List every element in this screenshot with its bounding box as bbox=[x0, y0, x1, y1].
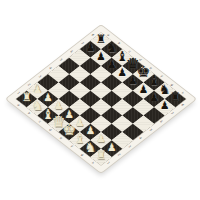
chess-board: abcdefgh abcdefgh 87654321 87654321 ♜♞♝♛… bbox=[6, 25, 196, 173]
rank-label: 3 bbox=[128, 145, 132, 148]
rank-label: 5 bbox=[149, 128, 153, 131]
piece-white-rook[interactable]: ♜ bbox=[94, 148, 109, 163]
product-photo-background: abcdefgh abcdefgh 87654321 87654321 ♜♞♝♛… bbox=[0, 0, 200, 200]
rank-label: 6 bbox=[160, 120, 164, 123]
board-grid: ♜♞♝♛♚♝♞♜♟♟♟♟♟♟♟♟♟♟♟♟♟♟♟♟♜♞♝♛♚♝♞♜ bbox=[16, 33, 186, 165]
rank-label: 4 bbox=[139, 137, 143, 140]
square-h1[interactable]: ♜ bbox=[90, 149, 111, 166]
